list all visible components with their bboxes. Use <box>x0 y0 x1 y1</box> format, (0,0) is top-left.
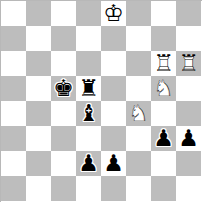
square-f2[interactable] <box>126 151 151 176</box>
square-a1[interactable] <box>1 176 26 201</box>
white-rook: ♖ <box>176 51 201 76</box>
square-h1[interactable] <box>176 176 201 201</box>
square-b8[interactable] <box>26 1 51 26</box>
square-h2[interactable] <box>176 151 201 176</box>
square-d1[interactable] <box>76 176 101 201</box>
square-d5[interactable]: ♜ <box>76 76 101 101</box>
square-g6[interactable]: ♜♖ <box>151 51 176 76</box>
white-king-fill: ♚ <box>101 1 126 26</box>
square-f7[interactable] <box>126 26 151 51</box>
square-a6[interactable] <box>1 51 26 76</box>
square-g4[interactable] <box>151 101 176 126</box>
square-h6[interactable]: ♜♖ <box>176 51 201 76</box>
square-c6[interactable] <box>51 51 76 76</box>
chess-board: ♚♔♜♖♜♖♚♜♞♘♝♞♘♟♟♟♟ <box>1 1 201 201</box>
square-h4[interactable] <box>176 101 201 126</box>
square-b1[interactable] <box>26 176 51 201</box>
square-d4[interactable]: ♝ <box>76 101 101 126</box>
square-h5[interactable] <box>176 76 201 101</box>
square-c2[interactable] <box>51 151 76 176</box>
square-b3[interactable] <box>26 126 51 151</box>
square-e1[interactable] <box>101 176 126 201</box>
black-king: ♚ <box>51 76 76 101</box>
square-h8[interactable] <box>176 1 201 26</box>
square-f6[interactable] <box>126 51 151 76</box>
white-knight-fill: ♞ <box>126 101 151 126</box>
black-pawn: ♟ <box>101 151 126 176</box>
square-d6[interactable] <box>76 51 101 76</box>
square-b7[interactable] <box>26 26 51 51</box>
black-rook: ♜ <box>76 76 101 101</box>
square-e6[interactable] <box>101 51 126 76</box>
white-knight: ♘ <box>126 101 151 126</box>
square-a4[interactable] <box>1 101 26 126</box>
square-f5[interactable] <box>126 76 151 101</box>
white-rook-fill: ♜ <box>151 51 176 76</box>
square-f4[interactable]: ♞♘ <box>126 101 151 126</box>
square-e7[interactable] <box>101 26 126 51</box>
square-g5[interactable]: ♞♘ <box>151 76 176 101</box>
square-g7[interactable] <box>151 26 176 51</box>
square-b2[interactable] <box>26 151 51 176</box>
square-b5[interactable] <box>26 76 51 101</box>
square-d8[interactable] <box>76 1 101 26</box>
white-king: ♔ <box>101 1 126 26</box>
square-e5[interactable] <box>101 76 126 101</box>
square-c4[interactable] <box>51 101 76 126</box>
square-g2[interactable] <box>151 151 176 176</box>
square-c1[interactable] <box>51 176 76 201</box>
square-e3[interactable] <box>101 126 126 151</box>
white-knight-fill: ♞ <box>151 76 176 101</box>
black-bishop: ♝ <box>76 101 101 126</box>
square-f8[interactable] <box>126 1 151 26</box>
black-pawn: ♟ <box>76 151 101 176</box>
square-c8[interactable] <box>51 1 76 26</box>
white-knight: ♘ <box>151 76 176 101</box>
square-a7[interactable] <box>1 26 26 51</box>
square-b4[interactable] <box>26 101 51 126</box>
square-h3[interactable]: ♟ <box>176 126 201 151</box>
square-e8[interactable]: ♚♔ <box>101 1 126 26</box>
square-a8[interactable] <box>1 1 26 26</box>
square-e4[interactable] <box>101 101 126 126</box>
square-g8[interactable] <box>151 1 176 26</box>
square-b6[interactable] <box>26 51 51 76</box>
square-c3[interactable] <box>51 126 76 151</box>
square-f3[interactable] <box>126 126 151 151</box>
square-h7[interactable] <box>176 26 201 51</box>
square-e2[interactable]: ♟ <box>101 151 126 176</box>
black-pawn: ♟ <box>176 126 201 151</box>
white-rook-fill: ♜ <box>176 51 201 76</box>
square-a3[interactable] <box>1 126 26 151</box>
square-a5[interactable] <box>1 76 26 101</box>
square-c7[interactable] <box>51 26 76 51</box>
square-a2[interactable] <box>1 151 26 176</box>
square-g3[interactable]: ♟ <box>151 126 176 151</box>
square-d3[interactable] <box>76 126 101 151</box>
square-c5[interactable]: ♚ <box>51 76 76 101</box>
white-rook: ♖ <box>151 51 176 76</box>
square-g1[interactable] <box>151 176 176 201</box>
square-d2[interactable]: ♟ <box>76 151 101 176</box>
square-d7[interactable] <box>76 26 101 51</box>
square-f1[interactable] <box>126 176 151 201</box>
black-pawn: ♟ <box>151 126 176 151</box>
